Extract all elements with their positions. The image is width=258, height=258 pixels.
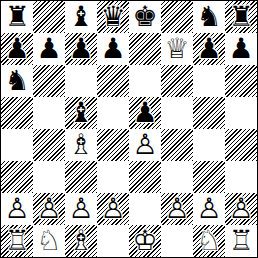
piece-fill-backing: ♟ (225, 193, 257, 225)
piece-white-king-icon: ♚♔ (129, 225, 161, 257)
piece-glyph: ♟ (225, 33, 257, 65)
piece-glyph: ♙ (65, 193, 97, 225)
piece-fill-backing: ♜ (1, 1, 33, 33)
square-d4[interactable] (97, 129, 129, 161)
piece-fill-backing: ♚ (129, 225, 161, 257)
piece-black-knight-icon: ♞♞ (193, 1, 225, 33)
piece-glyph: ♔ (129, 225, 161, 257)
piece-fill-backing: ♟ (97, 193, 129, 225)
square-a3[interactable] (1, 161, 33, 193)
square-h7[interactable]: ♟♟ (225, 33, 257, 65)
square-a6[interactable]: ♞♞ (1, 65, 33, 97)
square-e3[interactable] (129, 161, 161, 193)
square-g6[interactable] (193, 65, 225, 97)
square-e8[interactable]: ♚♚ (129, 1, 161, 33)
piece-glyph: ♞ (193, 1, 225, 33)
piece-fill-backing: ♝ (65, 97, 97, 129)
piece-black-rook-icon: ♜♜ (1, 1, 33, 33)
piece-white-rook-icon: ♜♖ (1, 225, 33, 257)
square-f2[interactable]: ♟♙ (161, 193, 193, 225)
piece-fill-backing: ♟ (129, 97, 161, 129)
square-g8[interactable]: ♞♞ (193, 1, 225, 33)
square-h3[interactable] (225, 161, 257, 193)
piece-black-pawn-icon: ♟♟ (97, 33, 129, 65)
piece-fill-backing: ♜ (1, 225, 33, 257)
piece-white-pawn-icon: ♟♙ (65, 193, 97, 225)
square-a8[interactable]: ♜♜ (1, 1, 33, 33)
square-d8[interactable]: ♛♛ (97, 1, 129, 33)
square-h6[interactable] (225, 65, 257, 97)
piece-white-pawn-icon: ♟♙ (33, 193, 65, 225)
piece-fill-backing: ♟ (65, 33, 97, 65)
square-e1[interactable]: ♚♔ (129, 225, 161, 257)
piece-glyph: ♟ (193, 33, 225, 65)
square-g4[interactable] (193, 129, 225, 161)
piece-glyph: ♗ (65, 129, 97, 161)
square-g5[interactable] (193, 97, 225, 129)
square-g1[interactable]: ♞♘ (193, 225, 225, 257)
square-h4[interactable] (225, 129, 257, 161)
piece-fill-backing: ♛ (97, 1, 129, 33)
square-f3[interactable] (161, 161, 193, 193)
piece-black-king-icon: ♚♚ (129, 1, 161, 33)
piece-white-knight-icon: ♞♘ (193, 225, 225, 257)
piece-glyph: ♙ (97, 193, 129, 225)
piece-glyph: ♝ (65, 1, 97, 33)
piece-fill-backing: ♝ (65, 129, 97, 161)
piece-fill-backing: ♞ (33, 225, 65, 257)
piece-black-pawn-icon: ♟♟ (1, 33, 33, 65)
square-b8[interactable] (33, 1, 65, 33)
piece-glyph: ♛ (97, 1, 129, 33)
piece-fill-backing: ♝ (65, 1, 97, 33)
square-c4[interactable]: ♝♗ (65, 129, 97, 161)
square-h2[interactable]: ♟♙ (225, 193, 257, 225)
square-a1[interactable]: ♜♖ (1, 225, 33, 257)
square-c2[interactable]: ♟♙ (65, 193, 97, 225)
piece-fill-backing: ♟ (225, 33, 257, 65)
piece-black-pawn-icon: ♟♟ (129, 97, 161, 129)
square-d1[interactable] (97, 225, 129, 257)
piece-fill-backing: ♞ (193, 225, 225, 257)
piece-white-pawn-icon: ♟♙ (161, 193, 193, 225)
piece-black-rook-icon: ♜♜ (225, 1, 257, 33)
piece-black-pawn-icon: ♟♟ (33, 33, 65, 65)
square-c3[interactable] (65, 161, 97, 193)
piece-black-bishop-icon: ♝♝ (65, 1, 97, 33)
piece-glyph: ♙ (129, 129, 161, 161)
piece-fill-backing: ♚ (129, 1, 161, 33)
square-f6[interactable] (161, 65, 193, 97)
piece-glyph: ♖ (225, 225, 257, 257)
square-c8[interactable]: ♝♝ (65, 1, 97, 33)
square-h8[interactable]: ♜♜ (225, 1, 257, 33)
square-b1[interactable]: ♞♘ (33, 225, 65, 257)
piece-glyph: ♚ (129, 1, 161, 33)
square-f4[interactable] (161, 129, 193, 161)
piece-white-pawn-icon: ♟♙ (225, 193, 257, 225)
square-c6[interactable] (65, 65, 97, 97)
square-e2[interactable] (129, 193, 161, 225)
piece-glyph: ♟ (1, 33, 33, 65)
square-g7[interactable]: ♟♟ (193, 33, 225, 65)
piece-white-pawn-icon: ♟♙ (193, 193, 225, 225)
piece-fill-backing: ♞ (1, 65, 33, 97)
piece-white-bishop-icon: ♝♗ (65, 129, 97, 161)
piece-fill-backing: ♟ (65, 193, 97, 225)
piece-white-queen-icon: ♛♕ (161, 33, 193, 65)
square-c5[interactable]: ♝♝ (65, 97, 97, 129)
square-f8[interactable] (161, 1, 193, 33)
square-e7[interactable] (129, 33, 161, 65)
square-c7[interactable]: ♟♟ (65, 33, 97, 65)
piece-glyph: ♙ (161, 193, 193, 225)
piece-glyph: ♕ (161, 33, 193, 65)
piece-black-pawn-icon: ♟♟ (193, 33, 225, 65)
piece-white-bishop-icon: ♝♗ (65, 225, 97, 257)
square-d6[interactable] (97, 65, 129, 97)
square-b6[interactable] (33, 65, 65, 97)
piece-white-rook-icon: ♜♖ (225, 225, 257, 257)
piece-fill-backing: ♝ (65, 225, 97, 257)
piece-fill-backing: ♟ (193, 33, 225, 65)
piece-glyph: ♟ (65, 33, 97, 65)
piece-glyph: ♘ (193, 225, 225, 257)
piece-glyph: ♙ (1, 193, 33, 225)
piece-fill-backing: ♟ (193, 193, 225, 225)
square-h1[interactable]: ♜♖ (225, 225, 257, 257)
square-e4[interactable]: ♟♙ (129, 129, 161, 161)
square-d7[interactable]: ♟♟ (97, 33, 129, 65)
square-c1[interactable]: ♝♗ (65, 225, 97, 257)
piece-black-knight-icon: ♞♞ (1, 65, 33, 97)
piece-fill-backing: ♟ (1, 33, 33, 65)
piece-fill-backing: ♜ (225, 1, 257, 33)
piece-glyph: ♗ (65, 225, 97, 257)
square-a2[interactable]: ♟♙ (1, 193, 33, 225)
piece-glyph: ♖ (1, 225, 33, 257)
piece-fill-backing: ♜ (225, 225, 257, 257)
piece-glyph: ♞ (1, 65, 33, 97)
piece-white-knight-icon: ♞♘ (33, 225, 65, 257)
piece-glyph: ♟ (129, 97, 161, 129)
square-a5[interactable] (1, 97, 33, 129)
square-e6[interactable] (129, 65, 161, 97)
square-a4[interactable] (1, 129, 33, 161)
square-b3[interactable] (33, 161, 65, 193)
piece-white-pawn-icon: ♟♙ (97, 193, 129, 225)
piece-fill-backing: ♟ (33, 33, 65, 65)
square-a7[interactable]: ♟♟ (1, 33, 33, 65)
square-d5[interactable] (97, 97, 129, 129)
piece-glyph: ♟ (33, 33, 65, 65)
square-e5[interactable]: ♟♟ (129, 97, 161, 129)
piece-black-pawn-icon: ♟♟ (225, 33, 257, 65)
square-d2[interactable]: ♟♙ (97, 193, 129, 225)
square-f7[interactable]: ♛♕ (161, 33, 193, 65)
square-b7[interactable]: ♟♟ (33, 33, 65, 65)
piece-fill-backing: ♟ (33, 193, 65, 225)
piece-fill-backing: ♟ (129, 129, 161, 161)
piece-glyph: ♙ (193, 193, 225, 225)
square-b4[interactable] (33, 129, 65, 161)
piece-glyph: ♙ (225, 193, 257, 225)
piece-black-bishop-icon: ♝♝ (65, 97, 97, 129)
square-b2[interactable]: ♟♙ (33, 193, 65, 225)
square-b5[interactable] (33, 97, 65, 129)
square-h5[interactable] (225, 97, 257, 129)
piece-black-queen-icon: ♛♛ (97, 1, 129, 33)
piece-glyph: ♘ (33, 225, 65, 257)
piece-white-pawn-icon: ♟♙ (129, 129, 161, 161)
piece-glyph: ♜ (1, 1, 33, 33)
piece-fill-backing: ♞ (193, 1, 225, 33)
square-d3[interactable] (97, 161, 129, 193)
piece-fill-backing: ♟ (161, 193, 193, 225)
square-f1[interactable] (161, 225, 193, 257)
piece-fill-backing: ♟ (1, 193, 33, 225)
chess-board: ♜♜♝♝♛♛♚♚♞♞♜♜♟♟♟♟♟♟♟♟♛♕♟♟♟♟♞♞♝♝♟♟♝♗♟♙♟♙♟♙… (0, 0, 258, 258)
piece-black-pawn-icon: ♟♟ (65, 33, 97, 65)
piece-glyph: ♟ (97, 33, 129, 65)
piece-glyph: ♝ (65, 97, 97, 129)
piece-white-pawn-icon: ♟♙ (1, 193, 33, 225)
piece-fill-backing: ♟ (97, 33, 129, 65)
square-f5[interactable] (161, 97, 193, 129)
piece-glyph: ♙ (33, 193, 65, 225)
piece-fill-backing: ♛ (161, 33, 193, 65)
piece-glyph: ♜ (225, 1, 257, 33)
square-g3[interactable] (193, 161, 225, 193)
square-g2[interactable]: ♟♙ (193, 193, 225, 225)
